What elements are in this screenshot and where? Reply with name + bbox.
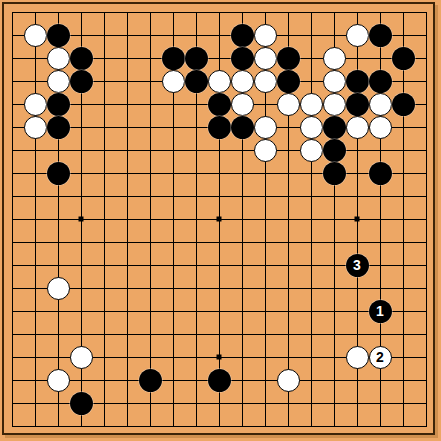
intersection <box>162 24 185 47</box>
intersection <box>1 24 24 47</box>
intersection <box>24 231 47 254</box>
black-stone <box>392 47 415 70</box>
white-stone <box>369 93 392 116</box>
intersection <box>139 185 162 208</box>
black-stone <box>323 162 346 185</box>
intersection <box>139 47 162 70</box>
intersection <box>70 116 93 139</box>
intersection <box>231 300 254 323</box>
intersection <box>93 277 116 300</box>
intersection <box>116 300 139 323</box>
intersection <box>369 47 392 70</box>
intersection <box>47 116 70 139</box>
intersection <box>346 70 369 93</box>
intersection <box>70 323 93 346</box>
intersection <box>1 185 24 208</box>
intersection <box>415 392 438 415</box>
intersection <box>323 231 346 254</box>
intersection <box>323 277 346 300</box>
white-stone <box>47 70 70 93</box>
black-stone <box>70 47 93 70</box>
white-stone <box>254 70 277 93</box>
intersection <box>1 392 24 415</box>
intersection <box>208 1 231 24</box>
white-stone <box>24 93 47 116</box>
intersection <box>185 254 208 277</box>
intersection <box>231 208 254 231</box>
black-stone <box>185 47 208 70</box>
intersection <box>70 208 93 231</box>
intersection <box>323 70 346 93</box>
intersection <box>70 300 93 323</box>
intersection <box>185 277 208 300</box>
intersection <box>116 208 139 231</box>
intersection <box>47 300 70 323</box>
intersection <box>47 24 70 47</box>
intersection <box>254 70 277 93</box>
intersection <box>231 254 254 277</box>
intersection <box>323 323 346 346</box>
intersection <box>93 415 116 438</box>
intersection <box>323 116 346 139</box>
black-stone <box>346 70 369 93</box>
intersection <box>277 24 300 47</box>
intersection <box>369 185 392 208</box>
intersection <box>47 93 70 116</box>
intersection <box>323 47 346 70</box>
black-stone <box>231 116 254 139</box>
intersection <box>116 1 139 24</box>
intersection <box>162 47 185 70</box>
white-stone <box>24 116 47 139</box>
intersection <box>254 346 277 369</box>
intersection <box>208 139 231 162</box>
intersection <box>415 415 438 438</box>
intersection <box>231 162 254 185</box>
intersection <box>277 300 300 323</box>
intersection <box>254 392 277 415</box>
intersection <box>139 116 162 139</box>
intersection <box>277 346 300 369</box>
intersection <box>415 231 438 254</box>
intersection <box>70 162 93 185</box>
intersection <box>185 346 208 369</box>
white-stone <box>346 116 369 139</box>
intersection <box>24 1 47 24</box>
intersection <box>346 47 369 70</box>
intersection <box>139 323 162 346</box>
black-stone <box>208 116 231 139</box>
intersection <box>415 277 438 300</box>
intersection <box>93 231 116 254</box>
intersection <box>369 323 392 346</box>
intersection <box>139 254 162 277</box>
intersection <box>323 300 346 323</box>
black-stone <box>369 70 392 93</box>
intersection <box>254 1 277 24</box>
intersection <box>323 24 346 47</box>
intersection <box>323 254 346 277</box>
intersection <box>208 254 231 277</box>
intersection <box>1 300 24 323</box>
intersection <box>415 116 438 139</box>
intersection <box>323 346 346 369</box>
intersection <box>185 231 208 254</box>
intersection <box>369 139 392 162</box>
intersection <box>162 346 185 369</box>
intersection <box>1 277 24 300</box>
intersection <box>392 185 415 208</box>
intersection <box>300 369 323 392</box>
intersection <box>47 1 70 24</box>
black-stone <box>208 369 231 392</box>
intersection <box>208 392 231 415</box>
white-stone-move-2: 2 <box>369 346 392 369</box>
intersection <box>93 24 116 47</box>
white-stone <box>231 70 254 93</box>
intersection <box>70 1 93 24</box>
intersection <box>300 323 323 346</box>
intersection <box>346 300 369 323</box>
intersection <box>254 323 277 346</box>
intersection <box>185 369 208 392</box>
intersection <box>415 162 438 185</box>
intersection <box>254 139 277 162</box>
intersection <box>47 415 70 438</box>
intersection <box>392 1 415 24</box>
black-stone <box>208 93 231 116</box>
intersection <box>47 185 70 208</box>
intersection <box>300 1 323 24</box>
intersection <box>300 116 323 139</box>
white-stone <box>346 346 369 369</box>
intersection <box>47 70 70 93</box>
intersection <box>47 162 70 185</box>
white-stone <box>277 369 300 392</box>
intersection <box>139 346 162 369</box>
intersection <box>1 116 24 139</box>
intersection <box>323 1 346 24</box>
intersection <box>1 346 24 369</box>
intersection: 3 <box>346 254 369 277</box>
intersection <box>277 369 300 392</box>
intersection <box>70 70 93 93</box>
intersection <box>254 24 277 47</box>
black-stone <box>231 47 254 70</box>
intersection <box>300 346 323 369</box>
intersection <box>47 208 70 231</box>
white-stone <box>300 93 323 116</box>
intersection <box>116 369 139 392</box>
intersection <box>139 139 162 162</box>
intersection <box>162 277 185 300</box>
intersection <box>254 47 277 70</box>
white-stone <box>24 24 47 47</box>
intersection <box>392 116 415 139</box>
white-stone <box>254 24 277 47</box>
intersection <box>24 277 47 300</box>
intersection <box>116 254 139 277</box>
intersection <box>415 300 438 323</box>
intersection <box>185 139 208 162</box>
white-stone <box>47 47 70 70</box>
intersection <box>277 1 300 24</box>
intersection <box>47 254 70 277</box>
board-grid: 312 <box>1 1 438 438</box>
intersection <box>24 70 47 93</box>
intersection <box>346 185 369 208</box>
intersection <box>116 70 139 93</box>
intersection <box>139 300 162 323</box>
intersection <box>208 231 231 254</box>
intersection <box>70 369 93 392</box>
intersection <box>415 254 438 277</box>
white-stone <box>323 93 346 116</box>
intersection <box>93 47 116 70</box>
intersection <box>93 323 116 346</box>
intersection <box>254 300 277 323</box>
intersection <box>277 70 300 93</box>
intersection <box>415 323 438 346</box>
white-stone <box>300 139 323 162</box>
intersection <box>1 1 24 24</box>
intersection <box>415 369 438 392</box>
intersection <box>24 392 47 415</box>
intersection <box>139 162 162 185</box>
intersection <box>277 139 300 162</box>
black-stone <box>277 47 300 70</box>
black-stone-move-1: 1 <box>369 300 392 323</box>
intersection <box>254 415 277 438</box>
intersection <box>208 277 231 300</box>
intersection <box>231 139 254 162</box>
intersection <box>208 300 231 323</box>
intersection <box>1 47 24 70</box>
intersection <box>208 116 231 139</box>
intersection <box>254 208 277 231</box>
intersection <box>1 254 24 277</box>
intersection <box>392 300 415 323</box>
intersection <box>415 93 438 116</box>
black-stone <box>47 24 70 47</box>
intersection <box>208 185 231 208</box>
intersection <box>254 116 277 139</box>
intersection <box>24 185 47 208</box>
white-stone <box>47 277 70 300</box>
intersection <box>231 346 254 369</box>
intersection <box>116 139 139 162</box>
white-stone <box>231 93 254 116</box>
white-stone <box>323 70 346 93</box>
intersection <box>70 415 93 438</box>
white-stone <box>346 24 369 47</box>
black-stone <box>139 369 162 392</box>
intersection <box>231 392 254 415</box>
intersection <box>369 70 392 93</box>
intersection <box>116 346 139 369</box>
intersection <box>185 185 208 208</box>
intersection <box>323 369 346 392</box>
intersection <box>323 415 346 438</box>
white-stone <box>254 139 277 162</box>
intersection <box>47 369 70 392</box>
intersection <box>392 415 415 438</box>
intersection <box>323 208 346 231</box>
intersection <box>47 277 70 300</box>
intersection <box>139 24 162 47</box>
intersection <box>139 231 162 254</box>
intersection <box>116 47 139 70</box>
intersection <box>116 323 139 346</box>
intersection <box>415 70 438 93</box>
intersection <box>231 47 254 70</box>
intersection <box>162 139 185 162</box>
intersection <box>277 162 300 185</box>
white-stone <box>70 346 93 369</box>
intersection <box>93 208 116 231</box>
intersection <box>300 47 323 70</box>
intersection <box>231 277 254 300</box>
intersection <box>323 185 346 208</box>
intersection <box>392 162 415 185</box>
intersection <box>116 116 139 139</box>
intersection <box>24 116 47 139</box>
intersection <box>254 277 277 300</box>
intersection <box>415 24 438 47</box>
intersection <box>116 392 139 415</box>
intersection <box>323 93 346 116</box>
black-stone <box>369 24 392 47</box>
intersection <box>277 231 300 254</box>
intersection <box>162 415 185 438</box>
intersection <box>300 70 323 93</box>
intersection <box>162 185 185 208</box>
intersection <box>47 323 70 346</box>
intersection <box>185 70 208 93</box>
intersection <box>24 139 47 162</box>
intersection <box>231 415 254 438</box>
intersection <box>70 47 93 70</box>
intersection <box>70 346 93 369</box>
black-stone <box>185 70 208 93</box>
intersection <box>300 162 323 185</box>
black-stone-move-3: 3 <box>346 254 369 277</box>
intersection <box>346 392 369 415</box>
go-board: 312 <box>0 0 441 441</box>
intersection <box>116 24 139 47</box>
intersection <box>93 93 116 116</box>
black-stone <box>346 93 369 116</box>
intersection <box>415 139 438 162</box>
intersection <box>24 47 47 70</box>
intersection <box>116 185 139 208</box>
intersection <box>162 1 185 24</box>
intersection: 2 <box>369 346 392 369</box>
intersection <box>93 70 116 93</box>
intersection <box>185 323 208 346</box>
white-stone <box>277 93 300 116</box>
intersection <box>231 1 254 24</box>
intersection <box>392 369 415 392</box>
intersection <box>346 346 369 369</box>
intersection <box>24 300 47 323</box>
intersection <box>1 70 24 93</box>
intersection <box>24 93 47 116</box>
intersection <box>392 93 415 116</box>
intersection <box>369 93 392 116</box>
intersection <box>93 116 116 139</box>
intersection <box>1 162 24 185</box>
intersection <box>24 323 47 346</box>
intersection <box>392 277 415 300</box>
intersection <box>24 24 47 47</box>
intersection <box>162 323 185 346</box>
intersection <box>185 1 208 24</box>
white-stone <box>254 47 277 70</box>
intersection <box>93 185 116 208</box>
intersection <box>185 392 208 415</box>
intersection <box>162 93 185 116</box>
intersection <box>323 392 346 415</box>
intersection <box>70 254 93 277</box>
intersection <box>1 139 24 162</box>
intersection <box>24 415 47 438</box>
intersection <box>300 185 323 208</box>
intersection <box>415 346 438 369</box>
intersection <box>116 93 139 116</box>
intersection <box>415 1 438 24</box>
white-stone <box>300 116 323 139</box>
intersection <box>231 323 254 346</box>
black-stone <box>47 93 70 116</box>
intersection <box>93 254 116 277</box>
intersection <box>139 415 162 438</box>
intersection <box>47 392 70 415</box>
intersection <box>185 24 208 47</box>
intersection <box>300 231 323 254</box>
intersection <box>1 323 24 346</box>
intersection <box>346 208 369 231</box>
intersection <box>231 231 254 254</box>
intersection <box>392 392 415 415</box>
intersection <box>231 369 254 392</box>
intersection <box>70 139 93 162</box>
intersection <box>277 323 300 346</box>
intersection <box>185 415 208 438</box>
intersection <box>162 162 185 185</box>
intersection <box>300 254 323 277</box>
intersection <box>139 208 162 231</box>
intersection <box>231 93 254 116</box>
intersection <box>346 162 369 185</box>
intersection <box>277 185 300 208</box>
intersection <box>231 24 254 47</box>
intersection <box>47 139 70 162</box>
intersection <box>254 93 277 116</box>
intersection <box>93 369 116 392</box>
intersection <box>323 162 346 185</box>
intersection <box>162 369 185 392</box>
intersection <box>162 208 185 231</box>
intersection <box>47 346 70 369</box>
intersection <box>93 392 116 415</box>
intersection <box>369 162 392 185</box>
intersection <box>1 415 24 438</box>
intersection <box>208 162 231 185</box>
intersection <box>392 208 415 231</box>
intersection <box>24 369 47 392</box>
intersection <box>254 162 277 185</box>
